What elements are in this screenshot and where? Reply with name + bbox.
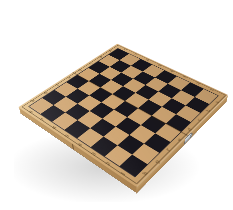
product-photo: hgfedcbahgfedcba8765432187654321 ♜♞♝♛♚♝♞…: [0, 0, 233, 210]
pawn-glyph: ♟: [41, 87, 66, 115]
rook-glyph: ♜: [119, 134, 150, 168]
left-edge-joint: [71, 143, 73, 150]
